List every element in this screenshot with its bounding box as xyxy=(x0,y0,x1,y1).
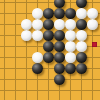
white-stone xyxy=(32,8,43,19)
board-point[interactable] xyxy=(43,85,54,96)
black-stone xyxy=(65,8,76,19)
board-point[interactable] xyxy=(65,52,76,63)
board-point[interactable] xyxy=(0,74,10,85)
board-point[interactable] xyxy=(65,41,76,52)
white-stone xyxy=(87,19,98,30)
board-point[interactable] xyxy=(65,8,76,19)
black-stone xyxy=(54,63,65,74)
board-point[interactable] xyxy=(32,63,43,74)
white-stone xyxy=(21,30,32,41)
board-point[interactable] xyxy=(54,52,65,63)
board-point[interactable] xyxy=(32,19,43,30)
black-stone xyxy=(54,8,65,19)
black-stone xyxy=(43,19,54,30)
board-point[interactable] xyxy=(65,19,76,30)
board-point[interactable] xyxy=(32,52,43,63)
board-point[interactable] xyxy=(54,41,65,52)
board-point[interactable] xyxy=(0,19,10,30)
board-point[interactable] xyxy=(43,8,54,19)
board-point[interactable] xyxy=(21,0,32,8)
board-point[interactable] xyxy=(0,85,10,96)
board-point[interactable] xyxy=(21,52,32,63)
board-point[interactable] xyxy=(21,41,32,52)
black-stone xyxy=(43,30,54,41)
board-point[interactable] xyxy=(43,0,54,8)
board-point[interactable] xyxy=(43,52,54,63)
board-point[interactable] xyxy=(43,63,54,74)
board-point[interactable] xyxy=(76,63,87,74)
black-stone xyxy=(76,63,87,74)
board-point[interactable] xyxy=(10,8,21,19)
board-point[interactable] xyxy=(32,30,43,41)
board-point[interactable] xyxy=(76,30,87,41)
board-point[interactable] xyxy=(21,85,32,96)
board-point[interactable] xyxy=(87,85,98,96)
board-point[interactable] xyxy=(54,85,65,96)
board-point[interactable] xyxy=(76,8,87,19)
black-stone xyxy=(43,41,54,52)
board-point[interactable] xyxy=(87,30,98,41)
white-stone xyxy=(32,19,43,30)
board-point[interactable] xyxy=(10,52,21,63)
black-stone xyxy=(43,8,54,19)
board-point[interactable] xyxy=(65,0,76,8)
board-point[interactable] xyxy=(43,74,54,85)
board-point[interactable] xyxy=(0,63,10,74)
board-point[interactable] xyxy=(87,52,98,63)
board-point[interactable] xyxy=(0,0,10,8)
board-point[interactable] xyxy=(21,30,32,41)
board-point[interactable] xyxy=(0,52,10,63)
board-point[interactable] xyxy=(54,74,65,85)
white-stone xyxy=(87,8,98,19)
board-point[interactable] xyxy=(87,74,98,85)
board-point[interactable] xyxy=(87,63,98,74)
board-point[interactable] xyxy=(65,63,76,74)
board-point[interactable] xyxy=(21,74,32,85)
white-stone xyxy=(32,30,43,41)
red-square-marker xyxy=(92,42,97,47)
black-stone xyxy=(43,52,54,63)
board-point[interactable] xyxy=(54,0,65,8)
board-point[interactable] xyxy=(76,52,87,63)
board-point[interactable] xyxy=(10,0,21,8)
black-stone xyxy=(54,74,65,85)
board-point[interactable] xyxy=(21,8,32,19)
black-stone xyxy=(65,63,76,74)
black-stone xyxy=(54,30,65,41)
board-point[interactable] xyxy=(76,19,87,30)
board-point[interactable] xyxy=(54,8,65,19)
black-stone xyxy=(54,52,65,63)
black-stone xyxy=(76,19,87,30)
board-point[interactable] xyxy=(21,19,32,30)
white-stone xyxy=(65,52,76,63)
white-stone xyxy=(65,19,76,30)
board-point[interactable] xyxy=(87,0,98,8)
white-stone xyxy=(76,8,87,19)
board-point[interactable] xyxy=(0,8,10,19)
white-stone xyxy=(76,41,87,52)
board-point[interactable] xyxy=(32,8,43,19)
board-point[interactable] xyxy=(32,85,43,96)
board-point[interactable] xyxy=(76,74,87,85)
board-point[interactable] xyxy=(76,41,87,52)
board-point[interactable] xyxy=(10,30,21,41)
board-point[interactable] xyxy=(87,41,98,52)
board-point[interactable] xyxy=(65,30,76,41)
board-point[interactable] xyxy=(32,0,43,8)
board-point[interactable] xyxy=(76,85,87,96)
board-point[interactable] xyxy=(0,41,10,52)
white-stone xyxy=(32,52,43,63)
white-stone xyxy=(54,19,65,30)
board-point[interactable] xyxy=(43,30,54,41)
board-point[interactable] xyxy=(0,30,10,41)
white-stone xyxy=(76,30,87,41)
board-point[interactable] xyxy=(43,41,54,52)
board-point[interactable] xyxy=(10,63,21,74)
board-point[interactable] xyxy=(21,63,32,74)
board-point[interactable] xyxy=(10,19,21,30)
board-point[interactable] xyxy=(32,41,43,52)
board-point[interactable] xyxy=(87,8,98,19)
black-stone xyxy=(76,0,87,8)
board-point[interactable] xyxy=(43,19,54,30)
black-stone xyxy=(76,52,87,63)
black-stone xyxy=(32,63,43,74)
board-point[interactable] xyxy=(54,30,65,41)
board-point[interactable] xyxy=(10,74,21,85)
go-board xyxy=(0,0,100,100)
board-point[interactable] xyxy=(87,19,98,30)
white-stone xyxy=(65,41,76,52)
black-stone xyxy=(54,0,65,8)
board-grid xyxy=(0,0,98,96)
board-point[interactable] xyxy=(65,74,76,85)
board-point[interactable] xyxy=(54,19,65,30)
white-stone xyxy=(65,30,76,41)
board-point[interactable] xyxy=(76,0,87,8)
board-point[interactable] xyxy=(54,63,65,74)
board-point[interactable] xyxy=(32,74,43,85)
board-point[interactable] xyxy=(65,85,76,96)
white-stone xyxy=(21,19,32,30)
black-stone xyxy=(54,41,65,52)
board-point[interactable] xyxy=(10,85,21,96)
board-point[interactable] xyxy=(10,41,21,52)
